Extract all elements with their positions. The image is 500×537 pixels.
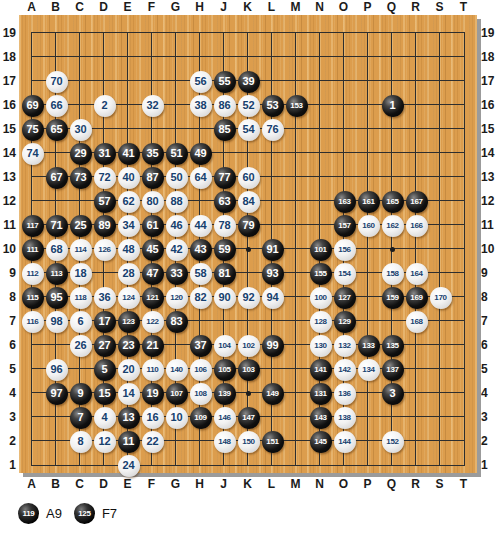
stone-black-J9: 81 [214,263,236,285]
row-label-right-1: 1 [481,453,499,477]
move-number: 22 [146,436,158,447]
move-number: 88 [170,196,182,207]
move-number: 131 [314,390,326,398]
move-number: 76 [266,124,278,135]
move-number: 161 [362,198,374,206]
stone-black-F4: 19 [142,383,164,405]
stone-white-K16: 52 [238,95,260,117]
col-label-bottom-K: K [236,477,260,491]
row-labels-right: 19181716151413121110987654321 [481,21,499,477]
stone-black-A10: 111 [22,239,44,261]
stone-black-R8: 169 [406,287,428,309]
move-number: 89 [98,220,110,231]
col-label-bottom-P: P [356,477,380,491]
stone-white-A7: 116 [22,311,44,333]
move-number: 141 [314,366,326,374]
row-label-left-16: 16 [0,93,16,117]
stone-white-G12: 88 [166,191,188,213]
move-number: 114 [74,246,86,254]
stone-black-G7: 83 [166,311,188,333]
move-number: 152 [386,438,398,446]
move-number: 31 [98,148,110,159]
stone-white-G11: 46 [166,215,188,237]
col-label-bottom-J: J [212,477,236,491]
move-number: 167 [410,198,422,206]
stone-black-D14: 31 [94,143,116,165]
move-number: 28 [122,268,134,279]
stone-black-J12: 63 [214,191,236,213]
stone-white-J16: 86 [214,95,236,117]
move-number: 43 [194,244,206,255]
row-label-right-2: 2 [481,429,499,453]
move-number: 57 [98,196,110,207]
move-number: 102 [242,342,254,350]
stone-white-K8: 92 [238,287,260,309]
row-label-right-19: 19 [481,21,499,45]
col-label-bottom-N: N [308,477,332,491]
stone-white-H4: 108 [190,383,212,405]
row-label-left-18: 18 [0,45,16,69]
move-number: 139 [218,390,230,398]
stone-black-F11: 61 [142,215,164,237]
move-number: 157 [338,222,350,230]
stone-black-C3: 7 [70,407,92,429]
move-number: 44 [194,220,206,231]
caption-stone-125: 125 [74,503,95,524]
move-number: 137 [386,366,398,374]
row-label-left-17: 17 [0,69,16,93]
col-label-bottom-T: T [452,477,476,491]
stone-white-B17: 70 [46,71,68,93]
move-number: 5 [101,364,107,375]
stone-white-R11: 166 [406,215,428,237]
move-number: 117 [26,222,38,230]
move-number: 55 [218,76,230,87]
move-number: 136 [338,390,350,398]
move-number: 90 [218,292,230,303]
col-label-bottom-O: O [332,477,356,491]
stone-white-D8: 36 [94,287,116,309]
move-number: 65 [50,124,62,135]
stone-white-C7: 6 [70,311,92,333]
col-label-bottom-M: M [284,477,308,491]
stone-white-O10: 156 [334,239,356,261]
stone-white-D3: 4 [94,407,116,429]
stone-white-B10: 68 [46,239,68,261]
stone-white-G13: 50 [166,167,188,189]
move-number: 77 [218,172,230,183]
move-number: 115 [26,294,38,302]
move-number: 56 [194,76,206,87]
stone-white-J3: 146 [214,407,236,429]
stone-black-Q5: 137 [382,359,404,381]
stone-white-G8: 120 [166,287,188,309]
move-number: 104 [218,342,230,350]
stone-black-G4: 107 [166,383,188,405]
stone-white-L15: 76 [262,119,284,141]
col-label-bottom-D: D [92,477,116,491]
stone-white-C8: 118 [70,287,92,309]
stone-black-A8: 115 [22,287,44,309]
col-label-bottom-S: S [428,477,452,491]
move-number: 79 [242,220,254,231]
stone-black-N9: 155 [310,263,332,285]
stone-white-E10: 48 [118,239,140,261]
move-number: 4 [101,412,107,423]
move-number: 66 [50,100,62,111]
move-number: 16 [146,412,158,423]
stone-black-F9: 47 [142,263,164,285]
stone-black-M16: 153 [286,95,308,117]
move-number: 36 [98,292,110,303]
move-number: 164 [410,270,422,278]
move-number: 143 [314,414,326,422]
stone-black-K5: 103 [238,359,260,381]
move-number: 42 [170,244,182,255]
stone-white-O5: 142 [334,359,356,381]
move-number: 59 [218,244,230,255]
row-label-left-13: 13 [0,165,16,189]
stone-black-G14: 51 [166,143,188,165]
row-label-right-5: 5 [481,357,499,381]
move-number: 98 [50,316,62,327]
stone-white-E4: 14 [118,383,140,405]
move-number: 61 [146,220,158,231]
stone-black-D12: 57 [94,191,116,213]
stone-black-E3: 13 [118,407,140,429]
stone-white-K12: 84 [238,191,260,213]
stone-white-O4: 136 [334,383,356,405]
move-number: 60 [242,172,254,183]
stone-white-P11: 160 [358,215,380,237]
move-number: 58 [194,268,206,279]
col-label-bottom-L: L [260,477,284,491]
stone-black-Q16: 1 [382,95,404,117]
move-number: 3 [389,388,395,399]
row-label-right-7: 7 [481,309,499,333]
move-number: 75 [26,124,38,135]
stone-black-G9: 33 [166,263,188,285]
move-number: 81 [218,268,230,279]
move-number: 54 [242,124,254,135]
move-number: 48 [122,244,134,255]
move-number: 2 [101,100,107,111]
row-label-right-10: 10 [481,237,499,261]
move-number: 68 [50,244,62,255]
stone-white-K15: 54 [238,119,260,141]
stone-white-K13: 60 [238,167,260,189]
col-label-bottom-F: F [140,477,164,491]
row-label-left-10: 10 [0,237,16,261]
row-label-right-8: 8 [481,285,499,309]
col-label-top-Q: Q [380,0,404,14]
stone-white-J8: 90 [214,287,236,309]
stone-black-H3: 109 [190,407,212,429]
move-number: 49 [194,148,206,159]
move-number: 99 [266,340,278,351]
col-label-top-F: F [140,0,164,14]
col-label-bottom-H: H [188,477,212,491]
move-number: 20 [122,364,134,375]
col-label-top-L: L [260,0,284,14]
move-number: 50 [170,172,182,183]
stone-white-H11: 44 [190,215,212,237]
stone-white-B16: 66 [46,95,68,117]
move-number: 39 [242,76,254,87]
row-label-left-3: 3 [0,405,16,429]
move-number: 121 [146,294,158,302]
row-label-left-1: 1 [0,453,16,477]
caption: 119A9125F7 [18,502,122,524]
stone-black-O7: 129 [334,311,356,333]
move-number: 156 [338,246,350,254]
row-label-right-6: 6 [481,333,499,357]
stone-black-O8: 127 [334,287,356,309]
move-number: 14 [122,388,134,399]
move-number: 170 [434,294,446,302]
col-label-bottom-Q: Q [380,477,404,491]
stone-white-D16: 2 [94,95,116,117]
move-number: 108 [194,390,206,398]
stone-black-R12: 167 [406,191,428,213]
stone-black-Q12: 165 [382,191,404,213]
stone-white-N7: 128 [310,311,332,333]
stone-black-K17: 39 [238,71,260,93]
row-label-right-17: 17 [481,69,499,93]
stone-black-D6: 27 [94,335,116,357]
stone-black-C4: 9 [70,383,92,405]
move-number: 129 [338,318,350,326]
stone-black-L9: 93 [262,263,284,285]
stone-black-P6: 133 [358,335,380,357]
move-number: 153 [290,102,302,110]
move-number: 107 [170,390,182,398]
stone-white-E12: 62 [118,191,140,213]
stone-white-O9: 154 [334,263,356,285]
move-number: 85 [218,124,230,135]
stone-black-N4: 131 [310,383,332,405]
col-label-top-N: N [308,0,332,14]
stone-black-F14: 35 [142,143,164,165]
stone-white-C2: 8 [70,431,92,453]
move-number: 146 [218,414,230,422]
stone-white-H9: 58 [190,263,212,285]
stone-white-E9: 28 [118,263,140,285]
col-label-top-B: B [44,0,68,14]
stone-black-A16: 69 [22,95,44,117]
move-number: 80 [146,196,158,207]
move-number: 52 [242,100,254,111]
move-number: 10 [170,412,182,423]
stone-white-G3: 10 [166,407,188,429]
stone-white-A9: 112 [22,263,44,285]
move-number: 67 [50,172,62,183]
move-number: 142 [338,366,350,374]
move-number: 32 [146,100,158,111]
stone-white-R9: 164 [406,263,428,285]
row-label-right-3: 3 [481,405,499,429]
move-number: 92 [242,292,254,303]
row-label-right-11: 11 [481,213,499,237]
move-number: 64 [194,172,206,183]
stone-black-B4: 97 [46,383,68,405]
col-label-top-K: K [236,0,260,14]
move-number: 159 [386,294,398,302]
row-label-left-6: 6 [0,333,16,357]
stone-white-D13: 72 [94,167,116,189]
row-label-right-12: 12 [481,189,499,213]
stone-black-E7: 123 [118,311,140,333]
stone-white-E13: 40 [118,167,140,189]
stone-white-Q11: 162 [382,215,404,237]
row-label-right-9: 9 [481,261,499,285]
stone-black-O11: 157 [334,215,356,237]
move-number: 155 [314,270,326,278]
move-number: 25 [74,220,86,231]
move-number: 72 [98,172,110,183]
stone-black-J5: 105 [214,359,236,381]
move-number: 105 [218,366,230,374]
stone-black-N3: 143 [310,407,332,429]
stone-white-B7: 98 [46,311,68,333]
caption-coord-F7: F7 [102,506,117,521]
col-label-top-O: O [332,0,356,14]
stone-white-F5: 110 [142,359,164,381]
stone-white-S8: 170 [430,287,452,309]
stone-black-F8: 121 [142,287,164,309]
stone-black-F6: 21 [142,335,164,357]
stone-white-N8: 100 [310,287,332,309]
go-board-grid: 1234567891011121314151617181920212223242… [21,22,477,478]
move-number: 160 [362,222,374,230]
move-number: 84 [242,196,254,207]
stone-white-D10: 126 [94,239,116,261]
stone-white-F16: 32 [142,95,164,117]
move-number: 95 [50,292,62,303]
stone-black-J15: 85 [214,119,236,141]
stone-white-H16: 38 [190,95,212,117]
move-number: 166 [410,222,422,230]
stone-black-C11: 25 [70,215,92,237]
move-number: 37 [194,340,206,351]
move-number: 124 [122,294,134,302]
col-label-top-P: P [356,0,380,14]
move-number: 27 [98,340,110,351]
move-number: 122 [146,318,158,326]
stone-white-A14: 74 [22,143,44,165]
move-number: 70 [50,76,62,87]
move-number: 109 [194,414,206,422]
stone-black-N10: 101 [310,239,332,261]
move-number: 74 [26,148,38,159]
move-number: 33 [170,268,182,279]
move-number: 132 [338,342,350,350]
move-number: 63 [218,196,230,207]
row-label-right-14: 14 [481,141,499,165]
move-number: 6 [77,316,83,327]
stone-black-P12: 161 [358,191,380,213]
move-number: 8 [77,436,83,447]
move-number: 96 [50,364,62,375]
stone-black-C14: 29 [70,143,92,165]
move-number: 162 [386,222,398,230]
move-number: 106 [194,366,206,374]
move-number: 135 [386,342,398,350]
move-number: 30 [74,124,86,135]
stone-black-H10: 43 [190,239,212,261]
row-label-left-11: 11 [0,213,16,237]
move-number: 62 [122,196,134,207]
stone-white-C9: 18 [70,263,92,285]
move-number: 17 [98,316,110,327]
stone-black-L6: 99 [262,335,284,357]
stone-black-N2: 145 [310,431,332,453]
move-number: 165 [386,198,398,206]
stone-white-P5: 134 [358,359,380,381]
stone-white-O2: 144 [334,431,356,453]
stone-white-R7: 168 [406,311,428,333]
move-number: 163 [338,198,350,206]
caption-coord-A9: A9 [46,506,62,521]
stone-white-L8: 94 [262,287,284,309]
move-number: 100 [314,294,326,302]
row-label-right-13: 13 [481,165,499,189]
stone-white-C6: 26 [70,335,92,357]
stone-white-E1: 24 [118,455,140,477]
move-number: 51 [170,148,182,159]
stone-white-H13: 64 [190,167,212,189]
board-grid-lines: 1234567891011121314151617181920212223242… [31,32,465,466]
row-label-left-12: 12 [0,189,16,213]
move-number: 140 [170,366,182,374]
col-label-top-T: T [452,0,476,14]
move-number: 83 [170,316,182,327]
stone-black-D11: 89 [94,215,116,237]
row-label-left-14: 14 [0,141,16,165]
col-label-top-G: G [164,0,188,14]
row-labels-left: 19181716151413121110987654321 [0,21,16,477]
move-number: 123 [122,318,134,326]
stone-white-F3: 16 [142,407,164,429]
stone-black-K11: 79 [238,215,260,237]
stone-white-K2: 150 [238,431,260,453]
stone-black-O12: 163 [334,191,356,213]
stone-black-L10: 91 [262,239,284,261]
caption-stone-119: 119 [18,503,39,524]
stone-white-J6: 104 [214,335,236,357]
move-number: 97 [50,388,62,399]
move-number: 145 [314,438,326,446]
col-label-top-E: E [116,0,140,14]
move-number: 13 [122,412,134,423]
move-number: 12 [98,436,110,447]
move-number: 53 [266,100,278,111]
move-number: 73 [74,172,86,183]
stone-black-Q6: 135 [382,335,404,357]
stone-white-F7: 122 [142,311,164,333]
col-label-bottom-E: E [116,477,140,491]
stone-black-E14: 41 [118,143,140,165]
move-number: 128 [314,318,326,326]
move-number: 38 [194,100,206,111]
col-label-bottom-R: R [404,477,428,491]
stone-white-C10: 114 [70,239,92,261]
move-number: 113 [50,270,62,278]
move-number: 34 [122,220,134,231]
move-number: 91 [266,244,278,255]
move-number: 110 [146,366,158,374]
move-number: 149 [266,390,278,398]
